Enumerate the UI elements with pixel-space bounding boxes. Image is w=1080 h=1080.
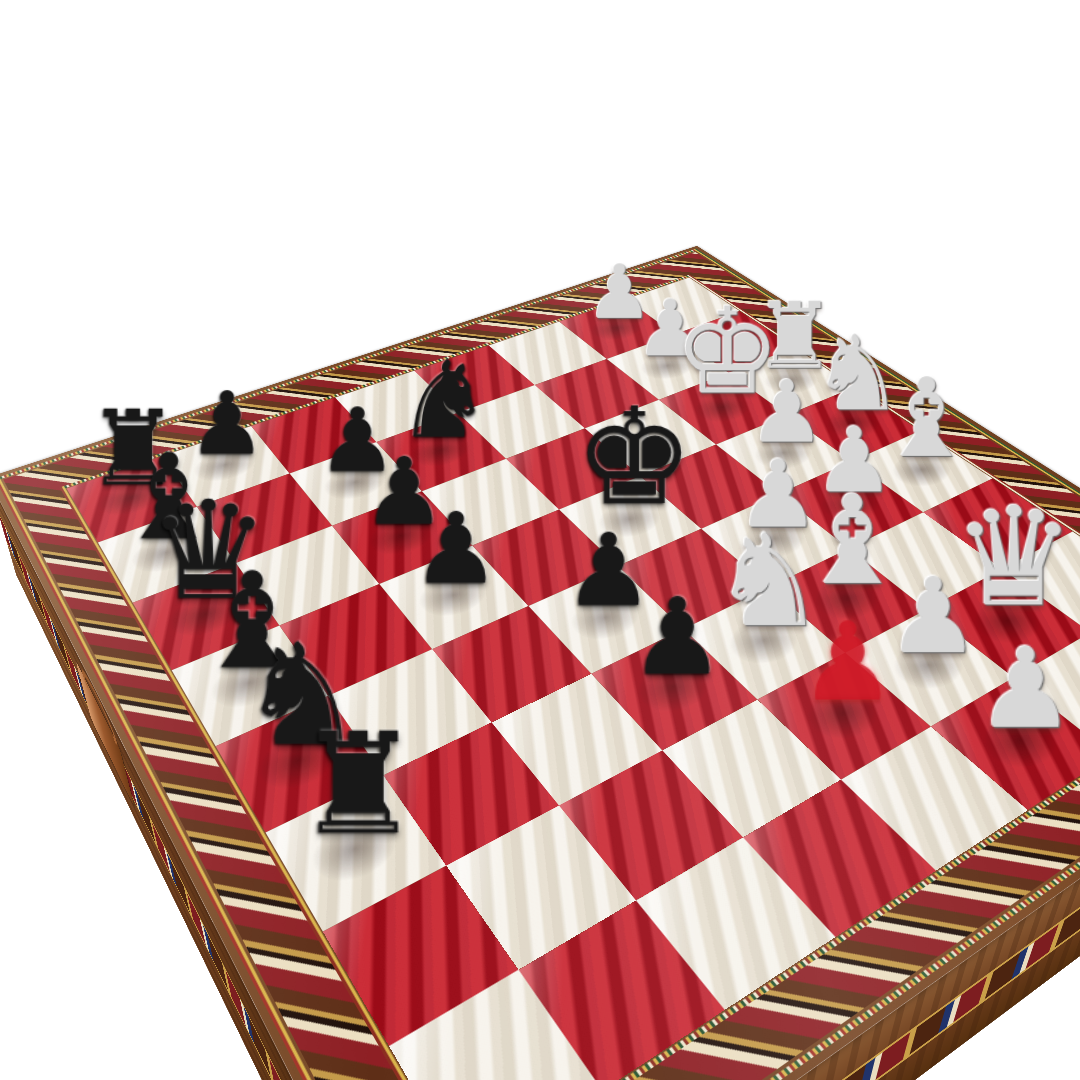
black-pawn-f5[interactable]: ♟	[630, 584, 726, 691]
black-pawn-d6[interactable]: ♟	[412, 500, 500, 598]
chess-box: ♜♟♟♝♟♞♟♛♟♚♜♝♟♚♟♞♞♟♟♟♝♜♟♞♝♟♟♛♟	[0, 246, 1080, 1080]
board-top-face: ♜♟♟♝♟♞♟♛♟♚♜♝♟♚♟♞♞♟♟♟♝♜♟♞♝♟♟♛♟	[0, 246, 1080, 1080]
glass-pawn-g4[interactable]: ♟	[799, 608, 897, 717]
black-king-d4[interactable]: ♚	[574, 390, 694, 524]
silver-pawn-h3[interactable]: ♟	[976, 633, 1076, 744]
silver-pawn-g3[interactable]: ♟	[886, 564, 980, 669]
board-scene: ♜♟♟♝♟♞♟♛♟♚♜♝♟♚♟♞♞♟♟♟♝♜♟♞♝♟♟♛♟	[0, 0, 1080, 1080]
black-rook-f8[interactable]: ♜	[296, 714, 422, 854]
product-photo-stage: ♜♟♟♝♟♞♟♛♟♚♜♝♟♚♟♞♞♟♟♟♝♜♟♞♝♟♟♛♟	[0, 0, 1080, 1080]
